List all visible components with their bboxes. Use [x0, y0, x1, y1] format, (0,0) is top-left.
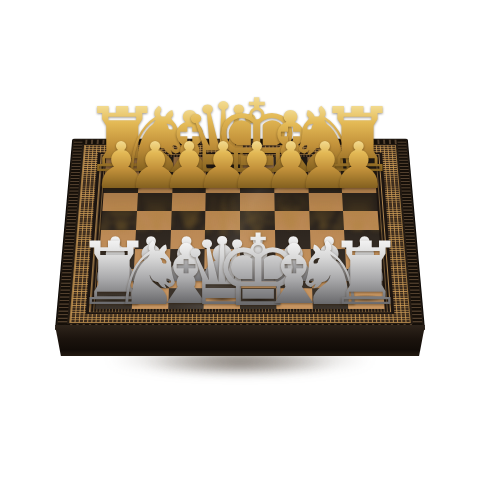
- square-d7[interactable]: [206, 175, 240, 193]
- square-a7[interactable]: [104, 175, 139, 193]
- square-e6[interactable]: [240, 193, 274, 211]
- square-c6[interactable]: [171, 193, 206, 211]
- square-e4[interactable]: [240, 230, 275, 249]
- square-g3[interactable]: [310, 249, 346, 268]
- square-c8[interactable]: [172, 157, 206, 175]
- square-c1[interactable]: [168, 288, 205, 308]
- square-d6[interactable]: [206, 193, 240, 211]
- square-g4[interactable]: [310, 230, 346, 249]
- square-h7[interactable]: [341, 175, 376, 193]
- square-h3[interactable]: [345, 249, 381, 268]
- square-g7[interactable]: [308, 175, 343, 193]
- square-f5[interactable]: [274, 211, 309, 230]
- square-a6[interactable]: [102, 193, 137, 211]
- square-f6[interactable]: [274, 193, 309, 211]
- square-b6[interactable]: [137, 193, 172, 211]
- square-g6[interactable]: [308, 193, 343, 211]
- square-d2[interactable]: [204, 269, 240, 289]
- square-b5[interactable]: [136, 211, 171, 230]
- square-a2[interactable]: [97, 269, 134, 289]
- square-d8[interactable]: [206, 157, 240, 175]
- square-a8[interactable]: [105, 157, 140, 175]
- square-e2[interactable]: [240, 269, 276, 289]
- square-h8[interactable]: [340, 157, 375, 175]
- scene: [0, 0, 480, 480]
- square-c5[interactable]: [171, 211, 206, 230]
- square-b3[interactable]: [134, 249, 170, 268]
- square-h5[interactable]: [343, 211, 379, 230]
- square-f3[interactable]: [275, 249, 311, 268]
- square-d5[interactable]: [205, 211, 240, 230]
- square-b1[interactable]: [132, 288, 169, 308]
- square-h4[interactable]: [344, 230, 380, 249]
- square-d4[interactable]: [205, 230, 240, 249]
- square-h1[interactable]: [347, 288, 384, 308]
- square-c3[interactable]: [169, 249, 205, 268]
- square-e1[interactable]: [240, 288, 276, 308]
- square-g2[interactable]: [311, 269, 348, 289]
- square-e8[interactable]: [240, 157, 274, 175]
- square-b8[interactable]: [139, 157, 173, 175]
- square-g1[interactable]: [312, 288, 349, 308]
- square-f7[interactable]: [274, 175, 308, 193]
- square-f1[interactable]: [276, 288, 313, 308]
- square-h2[interactable]: [346, 269, 383, 289]
- square-g8[interactable]: [307, 157, 341, 175]
- square-b4[interactable]: [135, 230, 171, 249]
- square-b7[interactable]: [138, 175, 173, 193]
- square-a3[interactable]: [98, 249, 134, 268]
- board-box-front-side: [55, 325, 425, 356]
- chess-board-box-top: [55, 139, 425, 331]
- beaded-rim-top: [74, 140, 407, 144]
- square-f4[interactable]: [275, 230, 310, 249]
- square-e3[interactable]: [240, 249, 275, 268]
- square-c2[interactable]: [168, 269, 204, 289]
- square-c4[interactable]: [170, 230, 205, 249]
- square-a5[interactable]: [101, 211, 137, 230]
- square-c7[interactable]: [172, 175, 206, 193]
- square-d1[interactable]: [204, 288, 240, 308]
- square-a1[interactable]: [95, 288, 132, 308]
- square-g5[interactable]: [309, 211, 344, 230]
- square-f2[interactable]: [275, 269, 311, 289]
- square-a4[interactable]: [100, 230, 136, 249]
- square-d3[interactable]: [205, 249, 240, 268]
- square-h6[interactable]: [342, 193, 377, 211]
- square-f8[interactable]: [273, 157, 307, 175]
- chess-set-photo: ♜♜♞♞♝♝♛♛♚♚♝♝♞♞♜♜♟♟♟♟♟♟♟♟♟♟♟♟♟♟♟♟♟♟♟♟♟♟♟♟…: [0, 0, 480, 480]
- chess-board-squares: [95, 157, 384, 309]
- square-e5[interactable]: [240, 211, 275, 230]
- square-e7[interactable]: [240, 175, 274, 193]
- square-b2[interactable]: [133, 269, 170, 289]
